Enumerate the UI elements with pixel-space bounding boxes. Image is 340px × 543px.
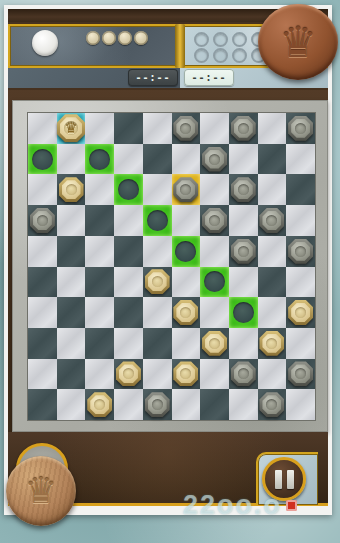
square-r1c7[interactable]	[229, 144, 258, 175]
square-r5c0[interactable]	[28, 267, 57, 298]
square-r3c3[interactable]	[114, 205, 143, 236]
crown-icon: ♛	[279, 18, 317, 67]
gray-piece[interactable]	[30, 208, 55, 233]
gray-piece[interactable]	[145, 392, 170, 417]
gray-piece[interactable]	[288, 361, 313, 386]
capture-slot	[232, 32, 247, 47]
square-r1c2[interactable]	[85, 144, 114, 175]
square-r5c9[interactable]	[286, 267, 315, 298]
captured-mini-piece	[86, 31, 100, 45]
square-r6c9[interactable]	[286, 297, 315, 328]
square-r6c0[interactable]	[28, 297, 57, 328]
square-r4c0[interactable]	[28, 236, 57, 267]
square-r6c6[interactable]	[200, 297, 229, 328]
square-r9c1[interactable]	[57, 389, 86, 420]
square-r0c8[interactable]	[258, 113, 287, 144]
gray-piece[interactable]	[231, 361, 256, 386]
square-r0c9[interactable]	[286, 113, 315, 144]
draughts-board: ♛	[28, 113, 315, 420]
square-r1c8[interactable]	[258, 144, 287, 175]
pause-icon	[287, 470, 294, 489]
square-r6c8[interactable]	[258, 297, 287, 328]
square-r9c2[interactable]	[85, 389, 114, 420]
watermark: 22oo.o	[183, 490, 338, 521]
square-r8c5[interactable]	[172, 359, 201, 390]
square-r7c1[interactable]	[57, 328, 86, 359]
gray-piece[interactable]	[231, 116, 256, 141]
square-r9c7[interactable]	[229, 389, 258, 420]
square-r2c1[interactable]	[57, 174, 86, 205]
square-r7c0[interactable]	[28, 328, 57, 359]
square-r5c3[interactable]	[114, 267, 143, 298]
timer-left: --:--	[128, 69, 178, 86]
square-r4c4[interactable]	[143, 236, 172, 267]
square-r8c6[interactable]	[200, 359, 229, 390]
square-r4c6[interactable]	[200, 236, 229, 267]
square-r6c1[interactable]	[57, 297, 86, 328]
square-r7c5[interactable]	[172, 328, 201, 359]
square-r2c5[interactable]	[172, 174, 201, 205]
captured-mini-piece	[102, 31, 116, 45]
square-r8c1[interactable]	[57, 359, 86, 390]
square-r3c9[interactable]	[286, 205, 315, 236]
gray-piece[interactable]	[202, 147, 227, 172]
square-r2c6[interactable]	[200, 174, 229, 205]
square-r5c7[interactable]	[229, 267, 258, 298]
square-r6c4[interactable]	[143, 297, 172, 328]
square-r5c5[interactable]	[172, 267, 201, 298]
timer-right: --:--	[184, 69, 234, 86]
gray-piece[interactable]	[202, 208, 227, 233]
capture-slot	[213, 32, 228, 47]
square-r3c7[interactable]	[229, 205, 258, 236]
square-r0c4[interactable]	[143, 113, 172, 144]
player-coin-wood: ♛	[6, 456, 76, 526]
square-r3c1[interactable]	[57, 205, 86, 236]
square-r4c9[interactable]	[286, 236, 315, 267]
square-r1c9[interactable]	[286, 144, 315, 175]
cream-piece[interactable]	[59, 177, 84, 202]
square-r1c6[interactable]	[200, 144, 229, 175]
square-r9c6[interactable]	[200, 389, 229, 420]
square-r8c4[interactable]	[143, 359, 172, 390]
square-r4c2[interactable]	[85, 236, 114, 267]
square-r0c7[interactable]	[229, 113, 258, 144]
square-r5c4[interactable]	[143, 267, 172, 298]
square-r6c3[interactable]	[114, 297, 143, 328]
square-r6c5[interactable]	[172, 297, 201, 328]
square-r2c4[interactable]	[143, 174, 172, 205]
king-crown-icon: ♛	[57, 114, 85, 142]
square-r6c7[interactable]	[229, 297, 258, 328]
opponent-coin-copper: ♛	[258, 4, 338, 80]
gray-piece[interactable]	[259, 392, 284, 417]
crown-icon: ♛	[25, 470, 57, 512]
square-r8c7[interactable]	[229, 359, 258, 390]
square-r9c5[interactable]	[172, 389, 201, 420]
cream-piece[interactable]	[202, 331, 227, 356]
panel-divider-ornament	[175, 24, 185, 68]
square-r7c4[interactable]	[143, 328, 172, 359]
move-hint-circle	[32, 149, 53, 170]
square-r1c4[interactable]	[143, 144, 172, 175]
square-r0c3[interactable]	[114, 113, 143, 144]
square-r8c3[interactable]	[114, 359, 143, 390]
square-r0c6[interactable]	[200, 113, 229, 144]
square-r4c7[interactable]	[229, 236, 258, 267]
square-r3c8[interactable]	[258, 205, 287, 236]
move-hint-circle	[233, 302, 254, 323]
square-r5c2[interactable]	[85, 267, 114, 298]
gray-piece[interactable]	[288, 239, 313, 264]
move-hint-circle	[118, 179, 139, 200]
square-r4c5[interactable]	[172, 236, 201, 267]
square-r0c5[interactable]	[172, 113, 201, 144]
gray-piece[interactable]	[173, 177, 198, 202]
capture-slot	[213, 48, 228, 63]
square-r5c6[interactable]	[200, 267, 229, 298]
capture-slot	[232, 48, 247, 63]
square-r7c2[interactable]	[85, 328, 114, 359]
square-r1c1[interactable]	[57, 144, 86, 175]
gray-piece[interactable]	[259, 208, 284, 233]
captured-mini-piece	[118, 31, 132, 45]
square-r4c1[interactable]	[57, 236, 86, 267]
cream-piece[interactable]	[145, 269, 170, 294]
square-r9c9[interactable]	[286, 389, 315, 420]
square-r0c2[interactable]	[85, 113, 114, 144]
cream-king-piece[interactable]: ♛	[57, 114, 85, 142]
square-r8c2[interactable]	[85, 359, 114, 390]
watermark-badge-icon	[286, 500, 297, 511]
pause-icon	[275, 470, 282, 489]
move-hint-circle	[147, 210, 168, 231]
square-r4c3[interactable]	[114, 236, 143, 267]
square-r8c9[interactable]	[286, 359, 315, 390]
gray-piece[interactable]	[288, 116, 313, 141]
cream-piece[interactable]	[288, 300, 313, 325]
square-r6c2[interactable]	[85, 297, 114, 328]
cream-piece[interactable]	[173, 361, 198, 386]
square-r7c6[interactable]	[200, 328, 229, 359]
move-hint-circle	[204, 271, 225, 292]
square-r3c2[interactable]	[85, 205, 114, 236]
player-indicator-circle	[32, 30, 58, 56]
square-r5c8[interactable]	[258, 267, 287, 298]
gray-piece[interactable]	[231, 177, 256, 202]
move-hint-circle	[89, 149, 110, 170]
capture-slot	[194, 32, 209, 47]
square-r1c3[interactable]	[114, 144, 143, 175]
cream-piece[interactable]	[259, 331, 284, 356]
square-r5c1[interactable]	[57, 267, 86, 298]
square-r2c9[interactable]	[286, 174, 315, 205]
square-r7c7[interactable]	[229, 328, 258, 359]
gray-piece[interactable]	[173, 116, 198, 141]
captured-mini-piece	[134, 31, 148, 45]
square-r4c8[interactable]	[258, 236, 287, 267]
square-r7c9[interactable]	[286, 328, 315, 359]
square-r7c8[interactable]	[258, 328, 287, 359]
square-r2c7[interactable]	[229, 174, 258, 205]
square-r8c8[interactable]	[258, 359, 287, 390]
move-hint-circle	[175, 241, 196, 262]
square-r9c0[interactable]	[28, 389, 57, 420]
square-r3c0[interactable]	[28, 205, 57, 236]
board-stone-frame: ♛	[12, 100, 328, 432]
square-r0c0[interactable]	[28, 113, 57, 144]
gray-piece[interactable]	[231, 239, 256, 264]
square-r1c5[interactable]	[172, 144, 201, 175]
square-r3c6[interactable]	[200, 205, 229, 236]
square-r2c0[interactable]	[28, 174, 57, 205]
square-r2c8[interactable]	[258, 174, 287, 205]
square-r3c4[interactable]	[143, 205, 172, 236]
square-r7c3[interactable]	[114, 328, 143, 359]
cream-piece[interactable]	[116, 361, 141, 386]
square-r2c3[interactable]	[114, 174, 143, 205]
capture-slot	[194, 48, 209, 63]
square-r1c0[interactable]	[28, 144, 57, 175]
square-r9c4[interactable]	[143, 389, 172, 420]
cream-piece[interactable]	[87, 392, 112, 417]
square-r9c3[interactable]	[114, 389, 143, 420]
square-r2c2[interactable]	[85, 174, 114, 205]
square-r9c8[interactable]	[258, 389, 287, 420]
square-r0c1[interactable]: ♛	[57, 113, 86, 144]
square-r3c5[interactable]	[172, 205, 201, 236]
square-r8c0[interactable]	[28, 359, 57, 390]
cream-piece[interactable]	[173, 300, 198, 325]
